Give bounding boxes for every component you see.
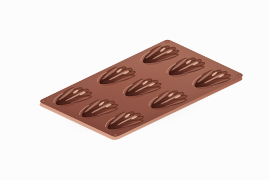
photo-background bbox=[0, 0, 270, 180]
